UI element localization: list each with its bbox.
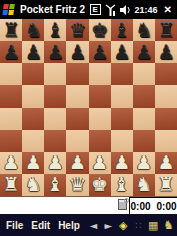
square-h1[interactable]: ♜	[155, 174, 177, 196]
square-a2[interactable]: ♟	[0, 152, 22, 174]
piece-white-pawn[interactable]: ♟	[47, 153, 64, 172]
piece-white-bishop[interactable]: ♝	[113, 175, 130, 194]
piece-black-pawn[interactable]: ♟	[113, 43, 130, 62]
piece-white-pawn[interactable]: ♟	[91, 153, 108, 172]
menu-file[interactable]: File	[2, 220, 27, 231]
piece-black-rook[interactable]: ♜	[3, 21, 20, 40]
windows-start-icon[interactable]	[2, 4, 17, 16]
square-b5[interactable]	[22, 85, 44, 107]
piece-black-pawn[interactable]: ♟	[25, 43, 42, 62]
hint-diamond-icon[interactable]: ◈	[117, 219, 130, 232]
square-e4[interactable]	[89, 108, 111, 130]
piece-white-pawn[interactable]: ♟	[113, 153, 130, 172]
square-d8[interactable]: ♛	[66, 19, 88, 41]
piece-black-rook[interactable]: ♜	[157, 21, 174, 40]
piece-white-queen[interactable]: ♛	[69, 175, 86, 194]
speaker-volume-icon[interactable]	[120, 5, 131, 15]
square-a8[interactable]: ♜	[0, 19, 22, 41]
piece-black-king[interactable]: ♚	[91, 21, 108, 40]
menu-help[interactable]: Help	[54, 220, 84, 231]
pocket-pc-screen: Pocket Fritz 2 E 21:46 ✕ ♜♞♝♛♚♝♞♜♟♟♟♟♟♟♟…	[0, 0, 177, 236]
square-b4[interactable]	[22, 108, 44, 130]
piece-black-queen[interactable]: ♛	[69, 21, 86, 40]
square-e3[interactable]	[89, 130, 111, 152]
piece-white-bishop[interactable]: ♝	[47, 175, 64, 194]
piece-black-pawn[interactable]: ♟	[3, 43, 20, 62]
piece-white-pawn[interactable]: ♟	[3, 153, 20, 172]
square-g3[interactable]	[133, 130, 155, 152]
app-title: Pocket Fritz 2	[20, 4, 85, 15]
clock-panel: 0:00 0:00	[129, 197, 177, 214]
square-e2[interactable]: ♟	[89, 152, 111, 174]
piece-black-bishop[interactable]: ♝	[113, 21, 130, 40]
square-e6[interactable]	[89, 63, 111, 85]
piece-white-king[interactable]: ♚	[91, 175, 108, 194]
square-g1[interactable]: ♞	[133, 174, 155, 196]
square-f6[interactable]	[111, 63, 133, 85]
edge-network-icon[interactable]: E	[90, 4, 101, 15]
square-h3[interactable]	[155, 130, 177, 152]
square-c6[interactable]	[44, 63, 66, 85]
square-d4[interactable]	[66, 108, 88, 130]
square-h4[interactable]	[155, 108, 177, 130]
piece-black-knight[interactable]: ♞	[135, 21, 152, 40]
square-c3[interactable]	[44, 130, 66, 152]
square-b7[interactable]: ♟	[22, 41, 44, 63]
square-f7[interactable]: ♟	[111, 41, 133, 63]
spy-dimmed-icon[interactable]: ∷	[132, 220, 145, 231]
square-e7[interactable]: ♟	[89, 41, 111, 63]
square-c8[interactable]: ♝	[44, 19, 66, 41]
square-c5[interactable]	[44, 85, 66, 107]
square-d3[interactable]	[66, 130, 88, 152]
menu-bar: File Edit Help ◄ ► ◈ ∷ ▦ ♞ ?	[0, 214, 177, 236]
square-a5[interactable]	[0, 85, 22, 107]
piece-white-pawn[interactable]: ♟	[157, 153, 174, 172]
forward-arrow-icon[interactable]: ►	[102, 220, 115, 231]
square-h2[interactable]: ♟	[155, 152, 177, 174]
status-row: 0:00 0:00	[0, 196, 177, 214]
square-c1[interactable]: ♝	[44, 174, 66, 196]
square-d2[interactable]: ♟	[66, 152, 88, 174]
board-window-icon[interactable]: ▦	[147, 219, 160, 232]
piece-black-bishop[interactable]: ♝	[47, 21, 64, 40]
square-b2[interactable]: ♟	[22, 152, 44, 174]
piece-white-knight[interactable]: ♞	[135, 175, 152, 194]
square-a6[interactable]	[0, 63, 22, 85]
square-c7[interactable]: ♟	[44, 41, 66, 63]
piece-black-pawn[interactable]: ♟	[157, 43, 174, 62]
chess-board: ♜♞♝♛♚♝♞♜♟♟♟♟♟♟♟♟♟♟♟♟♟♟♟♟♜♞♝♛♚♝♞♜	[0, 19, 177, 196]
square-d7[interactable]: ♟	[66, 41, 88, 63]
piece-black-pawn[interactable]: ♟	[135, 43, 152, 62]
square-b1[interactable]: ♞	[22, 174, 44, 196]
square-g6[interactable]	[133, 63, 155, 85]
black-clock: 0:00	[157, 201, 177, 212]
square-c2[interactable]: ♟	[44, 152, 66, 174]
square-f1[interactable]: ♝	[111, 174, 133, 196]
title-bar: Pocket Fritz 2 E 21:46 ✕	[0, 0, 177, 19]
square-a1[interactable]: ♜	[0, 174, 22, 196]
piece-black-knight[interactable]: ♞	[25, 21, 42, 40]
piece-white-pawn[interactable]: ♟	[135, 153, 152, 172]
piece-black-pawn[interactable]: ♟	[69, 43, 86, 62]
square-e5[interactable]	[89, 85, 111, 107]
square-h8[interactable]: ♜	[155, 19, 177, 41]
close-button[interactable]: ✕	[162, 4, 174, 15]
piece-black-pawn[interactable]: ♟	[91, 43, 108, 62]
square-e1[interactable]: ♚	[89, 174, 111, 196]
square-f3[interactable]	[111, 130, 133, 152]
notation-panel[interactable]	[0, 197, 129, 214]
piece-white-knight[interactable]: ♞	[25, 175, 42, 194]
square-f4[interactable]	[111, 108, 133, 130]
square-a3[interactable]	[0, 130, 22, 152]
square-g8[interactable]: ♞	[133, 19, 155, 41]
piece-black-pawn[interactable]: ♟	[47, 43, 64, 62]
square-g2[interactable]: ♟	[133, 152, 155, 174]
white-clock: 0:00	[130, 201, 150, 212]
square-d1[interactable]: ♛	[66, 174, 88, 196]
square-f2[interactable]: ♟	[111, 152, 133, 174]
square-c4[interactable]	[44, 108, 66, 130]
piece-white-pawn[interactable]: ♟	[25, 153, 42, 172]
square-d6[interactable]	[66, 63, 88, 85]
panel-handle-icon[interactable]	[118, 199, 127, 210]
square-h7[interactable]: ♟	[155, 41, 177, 63]
square-f5[interactable]	[111, 85, 133, 107]
square-e8[interactable]: ♚	[89, 19, 111, 41]
square-a4[interactable]	[0, 108, 22, 130]
signal-strength-icon[interactable]	[105, 4, 116, 16]
square-b6[interactable]	[22, 63, 44, 85]
square-b3[interactable]	[22, 130, 44, 152]
square-g5[interactable]	[133, 85, 155, 107]
back-arrow-icon[interactable]: ◄	[87, 220, 100, 231]
square-h6[interactable]	[155, 63, 177, 85]
square-b8[interactable]: ♞	[22, 19, 44, 41]
square-g7[interactable]: ♟	[133, 41, 155, 63]
square-g4[interactable]	[133, 108, 155, 130]
clock-time: 21:46	[135, 5, 158, 15]
square-d5[interactable]	[66, 85, 88, 107]
square-h5[interactable]	[155, 85, 177, 107]
square-a7[interactable]: ♟	[0, 41, 22, 63]
menu-edit[interactable]: Edit	[27, 220, 54, 231]
piece-white-pawn[interactable]: ♟	[69, 153, 86, 172]
engine-knight-icon[interactable]: ♞	[162, 218, 175, 232]
piece-white-rook[interactable]: ♜	[157, 175, 174, 194]
piece-white-rook[interactable]: ♜	[3, 175, 20, 194]
square-f8[interactable]: ♝	[111, 19, 133, 41]
